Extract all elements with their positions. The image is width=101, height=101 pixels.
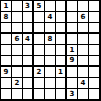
sudoku-cell-r9c1[interactable]: [1, 89, 11, 99]
sudoku-cell-r4c2[interactable]: 6: [12, 34, 22, 44]
sudoku-cell-r2c9[interactable]: [89, 12, 99, 22]
sudoku-cell-r2c6[interactable]: [56, 12, 66, 22]
sudoku-cell-r2c8[interactable]: 6: [78, 12, 88, 22]
sudoku-cell-r9c4[interactable]: [34, 89, 44, 99]
sudoku-cell-r5c6[interactable]: [56, 45, 66, 55]
sudoku-cell-r1c2[interactable]: [12, 1, 22, 11]
sudoku-cell-r5c4[interactable]: [34, 45, 44, 55]
sudoku-cell-r7c8[interactable]: [78, 67, 88, 77]
sudoku-cell-r6c6[interactable]: [56, 56, 66, 66]
sudoku-cell-r8c7[interactable]: [67, 78, 77, 88]
sudoku-cell-r8c8[interactable]: 4: [78, 78, 88, 88]
sudoku-cell-r7c2[interactable]: [12, 67, 22, 77]
sudoku-cell-r6c5[interactable]: [45, 56, 55, 66]
sudoku-cell-r7c4[interactable]: 2: [34, 67, 44, 77]
sudoku-cell-r2c5[interactable]: 4: [45, 12, 55, 22]
sudoku-cell-r4c9[interactable]: [89, 34, 99, 44]
sudoku-cell-r5c9[interactable]: [89, 45, 99, 55]
sudoku-cell-r6c8[interactable]: [78, 56, 88, 66]
sudoku-cell-r3c8[interactable]: [78, 23, 88, 33]
sudoku-cell-r4c7[interactable]: [67, 34, 77, 44]
sudoku-cell-r1c9[interactable]: [89, 1, 99, 11]
sudoku-cell-r6c3[interactable]: [23, 56, 33, 66]
sudoku-cell-r5c2[interactable]: [12, 45, 22, 55]
sudoku-cell-r2c1[interactable]: 8: [1, 12, 11, 22]
sudoku-cell-r1c8[interactable]: [78, 1, 88, 11]
sudoku-cell-r9c6[interactable]: [56, 89, 66, 99]
sudoku-cell-r3c1[interactable]: [1, 23, 11, 33]
sudoku-cell-r7c3[interactable]: [23, 67, 33, 77]
sudoku-cell-r5c1[interactable]: [1, 45, 11, 55]
sudoku-cell-r3c4[interactable]: [34, 23, 44, 33]
sudoku-cell-r6c2[interactable]: [12, 56, 22, 66]
sudoku-cell-r1c3[interactable]: 3: [23, 1, 33, 11]
sudoku-cell-r2c4[interactable]: [34, 12, 44, 22]
sudoku-cell-r8c9[interactable]: [89, 78, 99, 88]
sudoku-cell-r9c8[interactable]: [78, 89, 88, 99]
sudoku-cell-r5c8[interactable]: [78, 45, 88, 55]
sudoku-cell-r1c6[interactable]: [56, 1, 66, 11]
sudoku-cell-r5c5[interactable]: [45, 45, 55, 55]
sudoku-cell-r9c2[interactable]: [12, 89, 22, 99]
sudoku-cell-r9c5[interactable]: [45, 89, 55, 99]
sudoku-cell-r7c6[interactable]: 1: [56, 67, 66, 77]
sudoku-cell-r3c5[interactable]: [45, 23, 55, 33]
sudoku-cell-r2c7[interactable]: [67, 12, 77, 22]
sudoku-cell-r8c2[interactable]: 2: [12, 78, 22, 88]
sudoku-cell-r3c2[interactable]: [12, 23, 22, 33]
sudoku-cell-r6c1[interactable]: [1, 56, 11, 66]
sudoku-cell-r9c3[interactable]: [23, 89, 33, 99]
sudoku-cell-r1c5[interactable]: [45, 1, 55, 11]
sudoku-cell-r2c3[interactable]: [23, 12, 33, 22]
sudoku-cell-r4c1[interactable]: [1, 34, 11, 44]
sudoku-cell-r4c5[interactable]: 8: [45, 34, 55, 44]
sudoku-cell-r6c9[interactable]: [89, 56, 99, 66]
sudoku-cell-r7c9[interactable]: [89, 67, 99, 77]
sudoku-cell-r3c9[interactable]: [89, 23, 99, 33]
sudoku-cell-r8c6[interactable]: [56, 78, 66, 88]
sudoku-cell-r2c2[interactable]: [12, 12, 22, 22]
sudoku-cell-r3c7[interactable]: [67, 23, 77, 33]
sudoku-board: 13584664819921243: [0, 0, 101, 101]
sudoku-cell-r8c1[interactable]: [1, 78, 11, 88]
sudoku-cell-r4c4[interactable]: [34, 34, 44, 44]
sudoku-cell-r6c7[interactable]: 9: [67, 56, 77, 66]
sudoku-cell-r8c5[interactable]: [45, 78, 55, 88]
sudoku-cell-r8c4[interactable]: [34, 78, 44, 88]
sudoku-cell-r7c7[interactable]: [67, 67, 77, 77]
sudoku-cell-r4c3[interactable]: 4: [23, 34, 33, 44]
sudoku-cell-r4c8[interactable]: [78, 34, 88, 44]
sudoku-cell-r4c6[interactable]: [56, 34, 66, 44]
sudoku-cell-r1c1[interactable]: 1: [1, 1, 11, 11]
sudoku-cell-r7c1[interactable]: 9: [1, 67, 11, 77]
sudoku-cell-r1c7[interactable]: [67, 1, 77, 11]
sudoku-cell-r8c3[interactable]: [23, 78, 33, 88]
sudoku-cell-r1c4[interactable]: 5: [34, 1, 44, 11]
sudoku-cell-r5c3[interactable]: [23, 45, 33, 55]
sudoku-cell-r5c7[interactable]: 1: [67, 45, 77, 55]
sudoku-cell-r3c3[interactable]: [23, 23, 33, 33]
sudoku-cell-r6c4[interactable]: [34, 56, 44, 66]
sudoku-cell-r7c5[interactable]: [45, 67, 55, 77]
sudoku-cell-r3c6[interactable]: [56, 23, 66, 33]
sudoku-cell-r9c7[interactable]: 3: [67, 89, 77, 99]
sudoku-cell-r9c9[interactable]: [89, 89, 99, 99]
